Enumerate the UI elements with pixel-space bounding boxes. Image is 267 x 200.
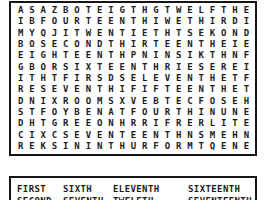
grid-cell-r10c11[interactable]: F xyxy=(128,107,139,118)
grid-cell-r10c9[interactable]: A xyxy=(105,107,116,118)
grid-cell-r2c11[interactable]: T xyxy=(128,16,139,27)
grid-cell-r10c18[interactable]: N xyxy=(207,107,218,118)
grid-cell-r13c16[interactable]: M xyxy=(184,141,195,152)
grid-cell-r7c19[interactable]: E xyxy=(218,73,229,84)
grid-cell-r13c20[interactable]: N xyxy=(229,141,240,152)
grid-cell-r11c14[interactable]: F xyxy=(162,118,173,129)
grid-cell-r1c12[interactable]: H xyxy=(139,5,150,16)
grid-cell-r1c14[interactable]: T xyxy=(162,5,173,16)
grid-cell-r12c2[interactable]: I xyxy=(26,129,37,140)
grid-cell-r13c19[interactable]: E xyxy=(218,141,229,152)
grid-cell-r11c16[interactable]: E xyxy=(184,118,195,129)
grid-cell-r12c14[interactable]: T xyxy=(162,129,173,140)
grid-cell-r3c4[interactable]: J xyxy=(49,28,60,39)
grid-cell-r6c13[interactable]: H xyxy=(150,62,161,73)
grid-cell-r4c18[interactable]: H xyxy=(207,39,218,50)
grid-cell-r12c1[interactable]: C xyxy=(15,129,26,140)
grid-cell-r13c8[interactable]: N xyxy=(94,141,105,152)
grid-cell-r13c15[interactable]: R xyxy=(173,141,184,152)
grid-cell-r12c10[interactable]: T xyxy=(117,129,128,140)
grid-cell-r5c5[interactable]: T xyxy=(60,50,71,61)
grid-cell-r9c1[interactable]: D xyxy=(15,95,26,106)
grid-cell-r1c4[interactable]: Z xyxy=(49,5,60,16)
grid-cell-r4c10[interactable]: H xyxy=(117,39,128,50)
grid-cell-r11c8[interactable]: O xyxy=(94,118,105,129)
grid-cell-r1c13[interactable]: G xyxy=(150,5,161,16)
grid-cell-r10c15[interactable]: T xyxy=(173,107,184,118)
grid-cell-r2c13[interactable]: I xyxy=(150,16,161,27)
grid-cell-r7c10[interactable]: S xyxy=(117,73,128,84)
grid-cell-r6c5[interactable]: S xyxy=(60,62,71,73)
grid-cell-r8c2[interactable]: E xyxy=(26,84,37,95)
grid-cell-r12c12[interactable]: E xyxy=(139,129,150,140)
word-search-worksheet: ASAZBOTEIGTHGTWELFTHEIBFOURTEENTHIWETHIR… xyxy=(0,0,267,200)
grid-cell-r9c14[interactable]: T xyxy=(162,95,173,106)
grid-cell-r13c5[interactable]: I xyxy=(60,141,71,152)
grid-cell-r10c7[interactable]: E xyxy=(83,107,94,118)
grid-cell-r3c19[interactable]: O xyxy=(218,28,229,39)
grid-cell-r12c6[interactable]: E xyxy=(71,129,82,140)
grid-cell-r8c15[interactable]: E xyxy=(173,84,184,95)
grid-cell-r9c7[interactable]: O xyxy=(83,95,94,106)
grid-cell-r7c3[interactable]: H xyxy=(38,73,49,84)
grid-cell-r10c21[interactable]: E xyxy=(241,107,252,118)
grid-cell-r8c1[interactable]: R xyxy=(15,84,26,95)
grid-cell-r11c6[interactable]: E xyxy=(71,118,82,129)
grid-cell-r5c18[interactable]: T xyxy=(207,50,218,61)
grid-cell-r11c4[interactable]: G xyxy=(49,118,60,129)
grid-cell-r6c20[interactable]: E xyxy=(229,62,240,73)
grid-cell-r6c16[interactable]: E xyxy=(184,62,195,73)
grid-cell-r2c9[interactable]: E xyxy=(105,16,116,27)
grid-cell-r1c16[interactable]: E xyxy=(184,5,195,16)
grid-cell-r5c20[interactable]: N xyxy=(229,50,240,61)
grid-cell-r13c18[interactable]: Q xyxy=(207,141,218,152)
grid-cell-r5c14[interactable]: N xyxy=(162,50,173,61)
grid-cell-r2c6[interactable]: R xyxy=(71,16,82,27)
grid-cell-r12c19[interactable]: E xyxy=(218,129,229,140)
grid-cell-r6c15[interactable]: I xyxy=(173,62,184,73)
grid-cell-r12c9[interactable]: N xyxy=(105,129,116,140)
puzzle-grid-box: ASAZBOTEIGTHGTWELFTHEIBFOURTEENTHIWETHIR… xyxy=(9,1,257,156)
word-seventh: SEVENTH xyxy=(63,196,113,200)
grid-cell-r11c3[interactable]: T xyxy=(38,118,49,129)
grid-cell-r5c15[interactable]: S xyxy=(173,50,184,61)
grid-cell-r6c3[interactable]: O xyxy=(38,62,49,73)
grid-cell-r3c5[interactable]: I xyxy=(60,28,71,39)
grid-cell-r4c12[interactable]: R xyxy=(139,39,150,50)
grid-cell-r13c2[interactable]: E xyxy=(26,141,37,152)
grid-cell-r1c8[interactable]: E xyxy=(94,5,105,16)
grid-cell-r13c12[interactable]: R xyxy=(139,141,150,152)
grid-cell-r8c20[interactable]: E xyxy=(229,84,240,95)
grid-cell-r4c19[interactable]: E xyxy=(218,39,229,50)
grid-cell-r1c10[interactable]: G xyxy=(117,5,128,16)
grid-cell-r9c12[interactable]: E xyxy=(139,95,150,106)
grid-cell-r10c13[interactable]: U xyxy=(150,107,161,118)
grid-cell-r9c15[interactable]: E xyxy=(173,95,184,106)
grid-cell-r12c8[interactable]: E xyxy=(94,129,105,140)
grid-cell-r11c2[interactable]: H xyxy=(26,118,37,129)
grid-cell-r12c18[interactable]: M xyxy=(207,129,218,140)
grid-cell-r4c16[interactable]: N xyxy=(184,39,195,50)
grid-cell-r3c17[interactable]: E xyxy=(196,28,207,39)
grid-cell-r11c15[interactable]: R xyxy=(173,118,184,129)
grid-cell-r3c1[interactable]: M xyxy=(15,28,26,39)
grid-cell-r4c13[interactable]: T xyxy=(150,39,161,50)
grid-cell-r9c9[interactable]: S xyxy=(105,95,116,106)
grid-cell-r13c11[interactable]: U xyxy=(128,141,139,152)
grid-cell-r6c11[interactable]: N xyxy=(128,62,139,73)
grid-cell-r5c19[interactable]: H xyxy=(218,50,229,61)
grid-cell-r6c12[interactable]: T xyxy=(139,62,150,73)
grid-cell-r12c16[interactable]: N xyxy=(184,129,195,140)
word-twelfth: TWELFTH xyxy=(113,196,188,200)
grid-cell-r13c21[interactable]: E xyxy=(241,141,252,152)
grid-cell-r7c12[interactable]: L xyxy=(139,73,150,84)
grid-cell-r3c15[interactable]: T xyxy=(173,28,184,39)
grid-cell-r6c14[interactable]: R xyxy=(162,62,173,73)
grid-cell-r4c20[interactable]: I xyxy=(229,39,240,50)
grid-cell-r5c2[interactable]: I xyxy=(26,50,37,61)
grid-cell-r8c10[interactable]: I xyxy=(117,84,128,95)
grid-cell-r13c7[interactable]: I xyxy=(83,141,94,152)
grid-cell-r2c20[interactable]: D xyxy=(229,16,240,27)
grid-cell-r11c13[interactable]: I xyxy=(150,118,161,129)
letter-grid: ASAZBOTEIGTHGTWELFTHEIBFOURTEENTHIWETHIR… xyxy=(15,5,252,152)
grid-cell-r10c19[interactable]: U xyxy=(218,107,229,118)
grid-cell-r3c16[interactable]: S xyxy=(184,28,195,39)
grid-cell-r7c2[interactable]: T xyxy=(26,73,37,84)
grid-cell-r10c8[interactable]: N xyxy=(94,107,105,118)
grid-cell-r7c6[interactable]: I xyxy=(71,73,82,84)
grid-cell-r8c14[interactable]: T xyxy=(162,84,173,95)
grid-cell-r1c5[interactable]: B xyxy=(60,5,71,16)
grid-cell-r7c4[interactable]: T xyxy=(49,73,60,84)
grid-cell-r1c6[interactable]: O xyxy=(71,5,82,16)
grid-cell-r8c19[interactable]: H xyxy=(218,84,229,95)
grid-cell-r5c10[interactable]: H xyxy=(117,50,128,61)
grid-cell-r11c7[interactable]: E xyxy=(83,118,94,129)
grid-cell-r4c17[interactable]: T xyxy=(196,39,207,50)
grid-cell-r7c18[interactable]: H xyxy=(207,73,218,84)
grid-cell-r10c14[interactable]: R xyxy=(162,107,173,118)
grid-cell-r4c21[interactable]: E xyxy=(241,39,252,50)
grid-cell-r10c17[interactable]: I xyxy=(196,107,207,118)
grid-cell-r2c4[interactable]: O xyxy=(49,16,60,27)
grid-cell-r8c6[interactable]: E xyxy=(71,84,82,95)
grid-cell-r13c6[interactable]: N xyxy=(71,141,82,152)
grid-cell-r3c18[interactable]: K xyxy=(207,28,218,39)
grid-cell-r2c17[interactable]: H xyxy=(196,16,207,27)
grid-cell-r2c19[interactable]: R xyxy=(218,16,229,27)
grid-cell-r10c4[interactable]: O xyxy=(49,107,60,118)
grid-cell-r1c1[interactable]: A xyxy=(15,5,26,16)
grid-cell-r4c4[interactable]: E xyxy=(49,39,60,50)
grid-cell-r9c5[interactable]: R xyxy=(60,95,71,106)
grid-cell-r11c5[interactable]: R xyxy=(60,118,71,129)
grid-cell-r1c3[interactable]: A xyxy=(38,5,49,16)
grid-cell-r9c3[interactable]: I xyxy=(38,95,49,106)
grid-cell-r6c2[interactable]: B xyxy=(26,62,37,73)
grid-cell-r7c8[interactable]: S xyxy=(94,73,105,84)
grid-cell-r8c5[interactable]: V xyxy=(60,84,71,95)
grid-cell-r2c3[interactable]: F xyxy=(38,16,49,27)
grid-cell-r6c6[interactable]: I xyxy=(71,62,82,73)
word-first: FIRST xyxy=(17,184,63,194)
grid-cell-r4c8[interactable]: D xyxy=(94,39,105,50)
grid-cell-r6c17[interactable]: S xyxy=(196,62,207,73)
grid-cell-r1c2[interactable]: S xyxy=(26,5,37,16)
grid-cell-r12c17[interactable]: S xyxy=(196,129,207,140)
grid-cell-r1c20[interactable]: H xyxy=(229,5,240,16)
grid-cell-r13c4[interactable]: S xyxy=(49,141,60,152)
grid-cell-r7c9[interactable]: D xyxy=(105,73,116,84)
grid-cell-r7c16[interactable]: N xyxy=(184,73,195,84)
word-list-box: FIRSTSIXTHELEVENTHSIXTEENTHSECONDSEVENTH… xyxy=(9,176,257,200)
grid-cell-r10c3[interactable]: F xyxy=(38,107,49,118)
grid-cell-r4c3[interactable]: S xyxy=(38,39,49,50)
grid-cell-r13c14[interactable]: O xyxy=(162,141,173,152)
grid-cell-r5c9[interactable]: T xyxy=(105,50,116,61)
grid-cell-r13c9[interactable]: T xyxy=(105,141,116,152)
grid-cell-r5c8[interactable]: N xyxy=(94,50,105,61)
grid-cell-r8c18[interactable]: T xyxy=(207,84,218,95)
grid-cell-r10c12[interactable]: O xyxy=(139,107,150,118)
grid-cell-r7c1[interactable]: I xyxy=(15,73,26,84)
grid-cell-r1c18[interactable]: F xyxy=(207,5,218,16)
grid-cell-r12c20[interactable]: H xyxy=(229,129,240,140)
grid-cell-r9c13[interactable]: B xyxy=(150,95,161,106)
grid-cell-r6c10[interactable]: E xyxy=(117,62,128,73)
grid-cell-r4c15[interactable]: E xyxy=(173,39,184,50)
word-seventeenth: SEVENTEENTH xyxy=(188,196,253,200)
word-sixteenth: SIXTEENTH xyxy=(188,184,253,194)
grid-cell-r12c7[interactable]: V xyxy=(83,129,94,140)
grid-cell-r12c3[interactable]: X xyxy=(38,129,49,140)
grid-cell-r5c4[interactable]: H xyxy=(49,50,60,61)
grid-cell-r11c20[interactable]: T xyxy=(229,118,240,129)
grid-cell-r1c19[interactable]: T xyxy=(218,5,229,16)
grid-cell-r7c20[interactable]: T xyxy=(229,73,240,84)
grid-cell-r9c11[interactable]: V xyxy=(128,95,139,106)
grid-cell-r9c21[interactable]: H xyxy=(241,95,252,106)
grid-cell-r9c10[interactable]: X xyxy=(117,95,128,106)
grid-cell-r13c1[interactable]: R xyxy=(15,141,26,152)
grid-cell-r7c11[interactable]: E xyxy=(128,73,139,84)
grid-cell-r1c17[interactable]: L xyxy=(196,5,207,16)
grid-cell-r12c15[interactable]: H xyxy=(173,129,184,140)
grid-cell-r6c8[interactable]: T xyxy=(94,62,105,73)
grid-cell-r3c14[interactable]: H xyxy=(162,28,173,39)
grid-cell-r12c4[interactable]: C xyxy=(49,129,60,140)
grid-cell-r7c17[interactable]: T xyxy=(196,73,207,84)
grid-cell-r5c11[interactable]: P xyxy=(128,50,139,61)
grid-cell-r11c21[interactable]: E xyxy=(241,118,252,129)
grid-cell-r8c21[interactable]: T xyxy=(241,84,252,95)
grid-cell-r4c11[interactable]: I xyxy=(128,39,139,50)
grid-cell-r12c13[interactable]: N xyxy=(150,129,161,140)
grid-cell-r5c21[interactable]: F xyxy=(241,50,252,61)
grid-cell-r5c6[interactable]: E xyxy=(71,50,82,61)
grid-cell-r1c7[interactable]: T xyxy=(83,5,94,16)
grid-cell-r9c18[interactable]: O xyxy=(207,95,218,106)
grid-cell-r9c17[interactable]: F xyxy=(196,95,207,106)
grid-cell-r13c17[interactable]: T xyxy=(196,141,207,152)
grid-cell-r4c5[interactable]: C xyxy=(60,39,71,50)
word-second: SECOND xyxy=(17,196,63,200)
grid-cell-r2c14[interactable]: W xyxy=(162,16,173,27)
grid-cell-r2c8[interactable]: E xyxy=(94,16,105,27)
grid-cell-r5c7[interactable]: E xyxy=(83,50,94,61)
grid-cell-r13c13[interactable]: F xyxy=(150,141,161,152)
grid-cell-r5c3[interactable]: G xyxy=(38,50,49,61)
grid-cell-r11c9[interactable]: N xyxy=(105,118,116,129)
grid-cell-r6c4[interactable]: R xyxy=(49,62,60,73)
grid-cell-r13c3[interactable]: K xyxy=(38,141,49,152)
grid-cell-r7c7[interactable]: R xyxy=(83,73,94,84)
grid-cell-r6c9[interactable]: E xyxy=(105,62,116,73)
grid-cell-r10c10[interactable]: T xyxy=(117,107,128,118)
grid-cell-r3c13[interactable]: T xyxy=(150,28,161,39)
grid-cell-r11c10[interactable]: H xyxy=(117,118,128,129)
grid-cell-r3c11[interactable]: I xyxy=(128,28,139,39)
grid-cell-r11c17[interactable]: R xyxy=(196,118,207,129)
grid-cell-r8c8[interactable]: T xyxy=(94,84,105,95)
word-list: FIRSTSIXTHELEVENTHSIXTEENTHSECONDSEVENTH… xyxy=(17,184,253,200)
grid-cell-r11c11[interactable]: R xyxy=(128,118,139,129)
grid-cell-r3c10[interactable]: T xyxy=(117,28,128,39)
grid-cell-r2c12[interactable]: H xyxy=(139,16,150,27)
word-list-row-1: FIRSTSIXTHELEVENTHSIXTEENTH xyxy=(17,184,253,196)
grid-cell-r12c21[interactable]: N xyxy=(241,129,252,140)
grid-cell-r2c7[interactable]: T xyxy=(83,16,94,27)
grid-cell-r2c2[interactable]: B xyxy=(26,16,37,27)
grid-cell-r9c8[interactable]: M xyxy=(94,95,105,106)
grid-cell-r10c20[interactable]: N xyxy=(229,107,240,118)
grid-cell-r5c13[interactable]: I xyxy=(150,50,161,61)
grid-cell-r4c14[interactable]: E xyxy=(162,39,173,50)
grid-cell-r2c18[interactable]: I xyxy=(207,16,218,27)
grid-cell-r3c3[interactable]: Q xyxy=(38,28,49,39)
grid-cell-r5c1[interactable]: E xyxy=(15,50,26,61)
grid-cell-r1c21[interactable]: E xyxy=(241,5,252,16)
grid-cell-r4c1[interactable]: B xyxy=(15,39,26,50)
grid-cell-r8c16[interactable]: E xyxy=(184,84,195,95)
grid-cell-r8c9[interactable]: H xyxy=(105,84,116,95)
grid-cell-r2c10[interactable]: N xyxy=(117,16,128,27)
grid-cell-r2c21[interactable]: I xyxy=(241,16,252,27)
grid-cell-r4c7[interactable]: N xyxy=(83,39,94,50)
grid-cell-r4c9[interactable]: T xyxy=(105,39,116,50)
grid-cell-r12c11[interactable]: E xyxy=(128,129,139,140)
grid-cell-r1c15[interactable]: W xyxy=(173,5,184,16)
grid-cell-r6c21[interactable]: I xyxy=(241,62,252,73)
grid-cell-r8c7[interactable]: N xyxy=(83,84,94,95)
grid-cell-r11c18[interactable]: L xyxy=(207,118,218,129)
grid-cell-r9c19[interactable]: S xyxy=(218,95,229,106)
grid-cell-r3c6[interactable]: T xyxy=(71,28,82,39)
word-list-row-2: SECONDSEVENTHTWELFTHSEVENTEENTH xyxy=(17,196,253,200)
grid-cell-r5c16[interactable]: I xyxy=(184,50,195,61)
grid-cell-r8c3[interactable]: S xyxy=(38,84,49,95)
grid-cell-r8c4[interactable]: E xyxy=(49,84,60,95)
grid-cell-r11c19[interactable]: I xyxy=(218,118,229,129)
grid-cell-r11c12[interactable]: R xyxy=(139,118,150,129)
grid-cell-r2c15[interactable]: E xyxy=(173,16,184,27)
grid-cell-r6c18[interactable]: E xyxy=(207,62,218,73)
grid-cell-r3c7[interactable]: W xyxy=(83,28,94,39)
grid-cell-r6c7[interactable]: X xyxy=(83,62,94,73)
grid-cell-r10c5[interactable]: Y xyxy=(60,107,71,118)
grid-cell-r9c16[interactable]: C xyxy=(184,95,195,106)
grid-cell-r3c21[interactable]: D xyxy=(241,28,252,39)
grid-cell-r9c20[interactable]: E xyxy=(229,95,240,106)
grid-cell-r9c6[interactable]: O xyxy=(71,95,82,106)
grid-cell-r3c12[interactable]: E xyxy=(139,28,150,39)
grid-cell-r3c20[interactable]: N xyxy=(229,28,240,39)
grid-cell-r7c5[interactable]: F xyxy=(60,73,71,84)
grid-cell-r6c19[interactable]: R xyxy=(218,62,229,73)
grid-cell-r2c16[interactable]: T xyxy=(184,16,195,27)
grid-cell-r4c6[interactable]: O xyxy=(71,39,82,50)
word-sixth: SIXTH xyxy=(63,184,113,194)
grid-cell-r8c11[interactable]: F xyxy=(128,84,139,95)
grid-cell-r7c21[interactable]: F xyxy=(241,73,252,84)
grid-cell-r7c14[interactable]: V xyxy=(162,73,173,84)
word-eleventh: ELEVENTH xyxy=(113,184,188,194)
grid-cell-r10c2[interactable]: T xyxy=(26,107,37,118)
grid-cell-r5c12[interactable]: N xyxy=(139,50,150,61)
grid-cell-r12c5[interactable]: S xyxy=(60,129,71,140)
grid-cell-r1c11[interactable]: T xyxy=(128,5,139,16)
grid-cell-r8c13[interactable]: F xyxy=(150,84,161,95)
grid-cell-r2c5[interactable]: U xyxy=(60,16,71,27)
grid-cell-r9c2[interactable]: N xyxy=(26,95,37,106)
grid-cell-r11c1[interactable]: D xyxy=(15,118,26,129)
grid-cell-r3c2[interactable]: Y xyxy=(26,28,37,39)
grid-cell-r8c12[interactable]: I xyxy=(139,84,150,95)
grid-cell-r1c9[interactable]: I xyxy=(105,5,116,16)
grid-cell-r8c17[interactable]: N xyxy=(196,84,207,95)
grid-cell-r10c16[interactable]: H xyxy=(184,107,195,118)
grid-cell-r7c13[interactable]: E xyxy=(150,73,161,84)
grid-cell-r10c1[interactable]: S xyxy=(15,107,26,118)
grid-cell-r7c15[interactable]: E xyxy=(173,73,184,84)
grid-cell-r6c1[interactable]: G xyxy=(15,62,26,73)
grid-cell-r2c1[interactable]: I xyxy=(15,16,26,27)
grid-cell-r3c8[interactable]: E xyxy=(94,28,105,39)
grid-cell-r9c4[interactable]: X xyxy=(49,95,60,106)
grid-cell-r10c6[interactable]: B xyxy=(71,107,82,118)
grid-cell-r5c17[interactable]: K xyxy=(196,50,207,61)
grid-cell-r13c10[interactable]: H xyxy=(117,141,128,152)
grid-cell-r4c2[interactable]: O xyxy=(26,39,37,50)
grid-cell-r3c9[interactable]: N xyxy=(105,28,116,39)
